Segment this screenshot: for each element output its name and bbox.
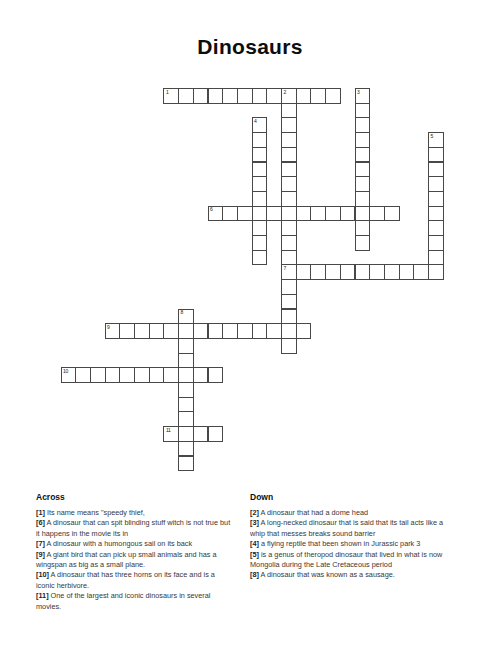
grid-cell-r9c25[interactable]: [428, 220, 444, 236]
grid-cell-r19c3[interactable]: [105, 367, 121, 383]
across-clue-6-line-1: [6] A dinosaur that can spit blinding st…: [36, 518, 262, 528]
grid-cell-r2c13[interactable]: 4: [252, 117, 268, 133]
across-clue-9-line-2: wingspan as big as a small plane.: [36, 560, 262, 570]
grid-cell-r0c9[interactable]: [193, 88, 209, 104]
grid-cell-r12c15[interactable]: 7: [281, 264, 297, 280]
grid-cell-r25c8[interactable]: [178, 456, 194, 472]
puzzle-title: Dinosaurs: [0, 36, 500, 57]
grid-cell-r7c15[interactable]: [281, 191, 297, 207]
grid-cell-r5c15[interactable]: [281, 162, 297, 178]
cell-number-6: 6: [210, 207, 213, 212]
grid-cell-r0c14[interactable]: [266, 88, 282, 104]
grid-cell-r5c25[interactable]: [428, 162, 444, 178]
across-clue-11-line-1: [11] One of the largest and iconic dinos…: [36, 591, 262, 601]
down-clue-number-4: [4]: [250, 539, 259, 548]
grid-cell-r16c10[interactable]: [208, 323, 224, 339]
grid-cell-r15c15[interactable]: [281, 309, 297, 325]
grid-cell-r18c8[interactable]: [178, 353, 194, 369]
grid-cell-r13c15[interactable]: [281, 279, 297, 295]
cell-number-1: 1: [166, 90, 169, 95]
across-clue-10-line-2: iconic herbivore.: [36, 581, 262, 591]
grid-cell-r15c8[interactable]: 8: [178, 309, 194, 325]
grid-cell-r8c15[interactable]: [281, 206, 297, 222]
down-clue-5-line-1: [5] is a genus of theropod dinosaur that…: [250, 550, 472, 560]
down-clue-number-3: [3]: [250, 518, 259, 527]
grid-cell-r0c10[interactable]: [208, 88, 224, 104]
grid-cell-r22c8[interactable]: [178, 411, 194, 427]
grid-cell-r8c11[interactable]: [222, 206, 238, 222]
grid-cell-r6c25[interactable]: [428, 176, 444, 192]
grid-cell-r12c22[interactable]: [384, 264, 400, 280]
cell-number-9: 9: [107, 325, 110, 330]
across-clue-number-10: [10]: [36, 570, 49, 579]
grid-cell-r1c20[interactable]: [355, 103, 371, 119]
grid-cell-r12c23[interactable]: [399, 264, 415, 280]
grid-cell-r2c15[interactable]: [281, 117, 297, 133]
grid-cell-r8c14[interactable]: [266, 206, 282, 222]
down-clue-2: [2] A dinosaur that had a dome head: [250, 508, 472, 518]
across-clue-1-line-1: [1] Its name means "speedy thief,: [36, 508, 262, 518]
cell-number-11: 11: [166, 428, 171, 433]
grid-cell-r1c15[interactable]: [281, 103, 297, 119]
grid-cell-r12c25[interactable]: [428, 264, 444, 280]
grid-cell-r2c20[interactable]: [355, 117, 371, 133]
cell-number-10: 10: [63, 369, 68, 374]
down-clue-list: [2] A dinosaur that had a dome head[3] A…: [250, 508, 472, 581]
cell-number-4: 4: [254, 119, 257, 124]
grid-cell-r10c25[interactable]: [428, 235, 444, 251]
grid-cell-r7c25[interactable]: [428, 191, 444, 207]
across-clue-10-line-1: [10] A dinosaur that has three horns on …: [36, 570, 262, 580]
down-clue-4: [4] a flying reptile that been shown in …: [250, 539, 472, 549]
down-clue-3-line-1: [3] A long-necked dinosaur that is said …: [250, 518, 472, 528]
grid-cell-r12c16[interactable]: [296, 264, 312, 280]
across-clue-6: [6] A dinosaur that can spit blinding st…: [36, 518, 262, 539]
grid-cell-r0c17[interactable]: [310, 88, 326, 104]
grid-cell-r8c20[interactable]: [355, 206, 371, 222]
down-clue-number-8: [8]: [250, 570, 259, 579]
grid-cell-r17c15[interactable]: [281, 338, 297, 354]
across-clue-9-line-1: [9] A giant bird that can pick up small …: [36, 550, 262, 560]
grid-cell-r19c10[interactable]: [208, 367, 224, 383]
cell-number-2: 2: [284, 90, 287, 95]
grid-cell-r19c9[interactable]: [193, 367, 209, 383]
grid-cell-r19c1[interactable]: [75, 367, 91, 383]
grid-cell-r16c6[interactable]: [149, 323, 165, 339]
down-clue-3: [3] A long-necked dinosaur that is said …: [250, 518, 472, 539]
grid-cell-r24c8[interactable]: [178, 441, 194, 457]
grid-cell-r7c20[interactable]: [355, 191, 371, 207]
grid-cell-r8c25[interactable]: [428, 206, 444, 222]
grid-cell-r16c12[interactable]: [237, 323, 253, 339]
grid-cell-r0c15[interactable]: 2: [281, 88, 297, 104]
grid-cell-r19c0[interactable]: 10: [61, 367, 77, 383]
grid-cell-r3c13[interactable]: [252, 132, 268, 148]
grid-cell-r8c22[interactable]: [384, 206, 400, 222]
grid-cell-r6c15[interactable]: [281, 176, 297, 192]
grid-cell-r16c15[interactable]: [281, 323, 297, 339]
grid-cell-r12c21[interactable]: [369, 264, 385, 280]
grid-cell-r23c9[interactable]: [193, 426, 209, 442]
grid-cell-r20c8[interactable]: [178, 382, 194, 398]
crossword-grid: 1234567891011: [61, 88, 445, 472]
grid-cell-r4c15[interactable]: [281, 147, 297, 163]
across-clue-number-1: [1]: [36, 508, 45, 517]
grid-cell-r23c10[interactable]: [208, 426, 224, 442]
across-clues-column: Across [1] Its name means "speedy thief,…: [36, 492, 262, 612]
cell-number-3: 3: [357, 90, 360, 95]
down-header: Down: [250, 492, 472, 502]
grid-cell-r6c20[interactable]: [355, 176, 371, 192]
grid-cell-r3c15[interactable]: [281, 132, 297, 148]
across-clue-11: [11] One of the largest and iconic dinos…: [36, 591, 262, 612]
grid-cell-r8c16[interactable]: [296, 206, 312, 222]
grid-cell-r19c7[interactable]: [163, 367, 179, 383]
grid-cell-r10c13[interactable]: [252, 235, 268, 251]
down-clue-5: [5] is a genus of theropod dinosaur that…: [250, 550, 472, 571]
grid-cell-r5c13[interactable]: [252, 162, 268, 178]
grid-cell-r16c5[interactable]: [134, 323, 150, 339]
grid-cell-r8c12[interactable]: [237, 206, 253, 222]
down-clue-number-2: [2]: [250, 508, 259, 517]
grid-cell-r16c13[interactable]: [252, 323, 268, 339]
grid-cell-r0c12[interactable]: [237, 88, 253, 104]
grid-cell-r0c16[interactable]: [296, 88, 312, 104]
grid-cell-r0c8[interactable]: [178, 88, 194, 104]
grid-cell-r16c4[interactable]: [119, 323, 135, 339]
grid-cell-r23c8[interactable]: [178, 426, 194, 442]
grid-cell-r17c8[interactable]: [178, 338, 194, 354]
grid-cell-r7c13[interactable]: [252, 191, 268, 207]
grid-cell-r19c4[interactable]: [119, 367, 135, 383]
grid-cell-r19c8[interactable]: [178, 367, 194, 383]
grid-cell-r12c20[interactable]: [355, 264, 371, 280]
grid-cell-r9c20[interactable]: [355, 220, 371, 236]
down-clue-2-line-1: [2] A dinosaur that had a dome head: [250, 508, 472, 518]
grid-cell-r8c10[interactable]: 6: [208, 206, 224, 222]
grid-cell-r16c9[interactable]: [193, 323, 209, 339]
grid-cell-r19c5[interactable]: [134, 367, 150, 383]
grid-cell-r10c15[interactable]: [281, 235, 297, 251]
grid-cell-r8c18[interactable]: [325, 206, 341, 222]
down-clue-5-line-2: Mongolia during the Late Cretaceous peri…: [250, 560, 472, 570]
grid-cell-r16c16[interactable]: [296, 323, 312, 339]
down-clue-3-line-2: whip that messes breaks sound barrier: [250, 529, 472, 539]
down-clue-8-line-1: [8] A dinosaur that was known as a sausa…: [250, 570, 472, 580]
cell-number-8: 8: [181, 310, 184, 315]
grid-cell-r11c15[interactable]: [281, 250, 297, 266]
across-clue-number-7: [7]: [36, 539, 45, 548]
across-clue-number-9: [9]: [36, 550, 45, 559]
grid-cell-r12c17[interactable]: [310, 264, 326, 280]
grid-cell-r12c18[interactable]: [325, 264, 341, 280]
grid-cell-r8c17[interactable]: [310, 206, 326, 222]
grid-cell-r11c13[interactable]: [252, 250, 268, 266]
across-clue-10: [10] A dinosaur that has three horns on …: [36, 570, 262, 591]
grid-cell-r19c2[interactable]: [90, 367, 106, 383]
grid-cell-r12c19[interactable]: [340, 264, 356, 280]
grid-cell-r16c11[interactable]: [222, 323, 238, 339]
down-clues-column: Down [2] A dinosaur that had a dome head…: [250, 492, 472, 581]
grid-cell-r9c13[interactable]: [252, 220, 268, 236]
across-clue-number-6: [6]: [36, 518, 45, 527]
cell-number-7: 7: [284, 266, 287, 271]
grid-cell-r4c13[interactable]: [252, 147, 268, 163]
grid-cell-r8c21[interactable]: [369, 206, 385, 222]
grid-cell-r4c20[interactable]: [355, 147, 371, 163]
grid-cell-r8c13[interactable]: [252, 206, 268, 222]
grid-cell-r14c15[interactable]: [281, 294, 297, 310]
grid-cell-r23c7[interactable]: 11: [163, 426, 179, 442]
across-clue-6-line-2: it happens in the movie its in: [36, 529, 262, 539]
grid-cell-r19c6[interactable]: [149, 367, 165, 383]
across-clue-7-line-1: [7] A dinosaur with a humongous sail on …: [36, 539, 262, 549]
grid-cell-r4c25[interactable]: [428, 147, 444, 163]
across-clue-7: [7] A dinosaur with a humongous sail on …: [36, 539, 262, 549]
grid-cell-r16c3[interactable]: 9: [105, 323, 121, 339]
across-clue-11-line-2: movies.: [36, 602, 262, 612]
across-header: Across: [36, 492, 262, 502]
grid-cell-r16c8[interactable]: [178, 323, 194, 339]
grid-cell-r8c19[interactable]: [340, 206, 356, 222]
across-clue-9: [9] A giant bird that can pick up small …: [36, 550, 262, 571]
grid-cell-r0c18[interactable]: [325, 88, 341, 104]
grid-cell-r21c8[interactable]: [178, 397, 194, 413]
across-clue-list: [1] Its name means "speedy thief,[6] A d…: [36, 508, 262, 612]
grid-cell-r11c25[interactable]: [428, 250, 444, 266]
grid-cell-r0c20[interactable]: 3: [355, 88, 371, 104]
across-clue-number-11: [11]: [36, 591, 49, 600]
grid-cell-r6c13[interactable]: [252, 176, 268, 192]
grid-cell-r3c20[interactable]: [355, 132, 371, 148]
crossword-worksheet: Dinosaurs 1234567891011 Across [1] Its n…: [0, 0, 500, 647]
grid-cell-r12c24[interactable]: [413, 264, 429, 280]
grid-cell-r5c20[interactable]: [355, 162, 371, 178]
across-clue-1: [1] Its name means "speedy thief,: [36, 508, 262, 518]
cell-number-5: 5: [431, 134, 434, 139]
grid-cell-r16c7[interactable]: [163, 323, 179, 339]
grid-cell-r3c25[interactable]: 5: [428, 132, 444, 148]
down-clue-8: [8] A dinosaur that was known as a sausa…: [250, 570, 472, 580]
grid-cell-r0c7[interactable]: 1: [163, 88, 179, 104]
grid-cell-r0c11[interactable]: [222, 88, 238, 104]
grid-cell-r0c13[interactable]: [252, 88, 268, 104]
down-clue-4-line-1: [4] a flying reptile that been shown in …: [250, 539, 472, 549]
grid-cell-r9c15[interactable]: [281, 220, 297, 236]
grid-cell-r10c20[interactable]: [355, 235, 371, 251]
down-clue-number-5: [5]: [250, 550, 259, 559]
grid-cell-r16c14[interactable]: [266, 323, 282, 339]
